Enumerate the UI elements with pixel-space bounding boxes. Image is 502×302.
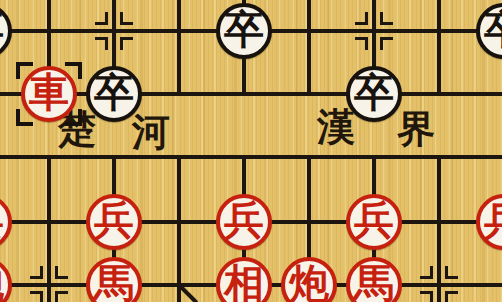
file-line xyxy=(437,155,441,302)
red-soldier[interactable]: 兵 xyxy=(86,194,142,250)
black-soldier[interactable]: 卒 xyxy=(216,3,272,59)
red-chariot-glyph: 車 xyxy=(29,73,69,113)
file-line xyxy=(177,0,181,96)
river-label-char: 漢 xyxy=(317,108,355,146)
point-marker-corner xyxy=(380,37,393,50)
black-soldier[interactable]: 卒 xyxy=(86,66,142,122)
red-horse[interactable]: 馬 xyxy=(86,257,142,302)
point-marker-corner xyxy=(120,37,133,50)
file-line xyxy=(307,0,311,96)
red-cannon[interactable]: 炮 xyxy=(0,257,12,302)
file-line xyxy=(177,155,181,302)
river-label-char: 界 xyxy=(397,110,435,148)
rank-line xyxy=(0,155,502,159)
red-soldier-glyph: 兵 xyxy=(354,201,394,241)
point-marker-corner xyxy=(120,12,133,25)
black-soldier[interactable]: 卒 xyxy=(0,3,12,59)
red-horse[interactable]: 馬 xyxy=(346,257,402,302)
red-elephant-glyph: 相 xyxy=(224,264,264,302)
point-marker-corner xyxy=(95,37,108,50)
red-horse-glyph: 馬 xyxy=(354,264,394,302)
red-soldier[interactable]: 兵 xyxy=(216,194,272,250)
point-marker-corner xyxy=(420,291,433,302)
red-soldier-glyph: 兵 xyxy=(94,201,134,241)
black-soldier-glyph: 卒 xyxy=(484,10,502,50)
point-marker-corner xyxy=(380,12,393,25)
point-marker-corner xyxy=(445,266,458,279)
black-soldier-glyph: 卒 xyxy=(224,10,264,50)
red-cannon-glyph: 炮 xyxy=(0,264,4,302)
point-marker-corner xyxy=(30,291,43,302)
black-soldier[interactable]: 卒 xyxy=(346,66,402,122)
file-line xyxy=(47,155,51,302)
red-cannon-glyph: 炮 xyxy=(289,264,329,302)
red-soldier[interactable]: 兵 xyxy=(476,194,502,250)
red-cannon[interactable]: 炮 xyxy=(281,257,337,302)
red-soldier[interactable]: 兵 xyxy=(0,194,12,250)
black-soldier-glyph: 卒 xyxy=(354,73,394,113)
file-line xyxy=(437,0,441,96)
red-soldier-glyph: 兵 xyxy=(0,201,4,241)
red-elephant[interactable]: 相 xyxy=(216,257,272,302)
black-soldier-glyph: 卒 xyxy=(94,73,134,113)
point-marker-corner xyxy=(355,12,368,25)
red-soldier[interactable]: 兵 xyxy=(346,194,402,250)
red-soldier-glyph: 兵 xyxy=(224,201,264,241)
red-chariot[interactable]: 車 xyxy=(21,66,77,122)
black-soldier-glyph: 卒 xyxy=(0,10,4,50)
point-marker-corner xyxy=(95,12,108,25)
point-marker-corner xyxy=(420,266,433,279)
point-marker-corner xyxy=(355,37,368,50)
point-marker-corner xyxy=(30,266,43,279)
red-soldier-glyph: 兵 xyxy=(484,201,502,241)
red-horse-glyph: 馬 xyxy=(94,264,134,302)
point-marker-corner xyxy=(55,266,68,279)
xiangqi-board[interactable]: 楚河漢界 卒卒卒車卒卒兵兵兵兵兵炮馬相炮馬 xyxy=(0,0,502,302)
river-label-char: 河 xyxy=(132,113,170,151)
point-marker-corner xyxy=(445,291,458,302)
black-soldier[interactable]: 卒 xyxy=(476,3,502,59)
point-marker-corner xyxy=(55,291,68,302)
